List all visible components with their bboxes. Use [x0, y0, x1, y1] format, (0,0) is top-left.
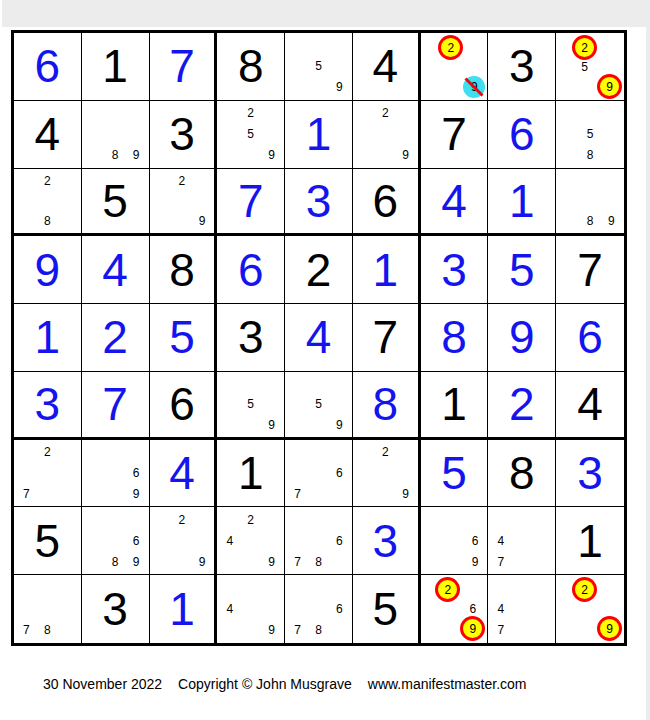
pencil-grid: 29: [152, 509, 213, 572]
cell-value: 5: [150, 304, 215, 371]
pencil-mark: 5: [315, 59, 322, 73]
cell-r7c9[interactable]: 3: [556, 440, 624, 508]
pencil-mark: 6: [336, 466, 343, 480]
pencil-grid: 29: [152, 171, 213, 232]
highlight-circle: 2: [572, 577, 597, 602]
cell-value: 4: [421, 169, 488, 234]
pencil-mark: 2: [247, 513, 254, 527]
pencil-mark: 8: [112, 148, 119, 162]
cell-r6c6[interactable]: 8: [353, 372, 421, 440]
pencil-mark: 4: [226, 534, 233, 548]
cell-value: 8: [353, 372, 418, 437]
cell-r2c9[interactable]: 58: [556, 101, 624, 169]
pencil-mark: 8: [44, 214, 51, 228]
cell-value: 7: [421, 101, 488, 168]
pencil-mark: 5: [315, 397, 322, 411]
cell-r9c8[interactable]: 47: [488, 575, 556, 643]
cell-value: 7: [353, 304, 418, 371]
pencil-mark: 5: [587, 127, 594, 141]
cell-value: 9: [14, 236, 81, 303]
pencil-mark: 9: [336, 418, 343, 432]
cell-r1c6[interactable]: 4: [353, 33, 421, 101]
pencil-mark: 2: [44, 445, 51, 459]
pencil-grid: 29: [355, 103, 416, 166]
pencil-mark: 9: [199, 555, 206, 569]
cell-value: 2: [285, 236, 352, 303]
cell-r2c4[interactable]: 259: [217, 101, 285, 169]
pencil-mark: 7: [294, 555, 301, 569]
cell-r8c1[interactable]: 5: [14, 507, 82, 575]
cell-value: 4: [150, 440, 215, 507]
cell-r3c2[interactable]: 5: [82, 169, 150, 237]
pencil-grid: 29: [423, 35, 486, 98]
pencil-mark: 9: [402, 148, 409, 162]
cell-r8c4[interactable]: 249: [217, 507, 285, 575]
pencil-mark: 7: [498, 623, 505, 637]
cell-r2c1[interactable]: 4: [14, 101, 82, 169]
pencil-grid: 678: [287, 577, 350, 641]
cell-r7c1[interactable]: 27: [14, 440, 82, 508]
cell-r1c7[interactable]: 29: [421, 33, 489, 101]
cell-r4c8[interactable]: 5: [488, 236, 556, 304]
pencil-mark: 6: [336, 534, 343, 548]
cell-r7c3[interactable]: 4: [150, 440, 218, 508]
cell-r4c5[interactable]: 2: [285, 236, 353, 304]
pencil-grid: 47: [490, 509, 553, 572]
pencil-mark: 7: [23, 487, 30, 501]
cell-value: 7: [217, 169, 284, 234]
pencil-grid: 49: [219, 577, 282, 641]
cell-r6c4[interactable]: 59: [217, 372, 285, 440]
pencil-grid: 249: [219, 509, 282, 572]
cell-r9c4[interactable]: 49: [217, 575, 285, 643]
pencil-mark: 9: [133, 555, 140, 569]
cell-r7c7[interactable]: 5: [421, 440, 489, 508]
pencil-mark: 6: [472, 534, 479, 548]
cell-value: 8: [150, 236, 215, 303]
cell-value: 8: [421, 304, 488, 371]
cell-r4c6[interactable]: 1: [353, 236, 421, 304]
pencil-mark: 9: [472, 555, 479, 569]
cell-r1c4[interactable]: 8: [217, 33, 285, 101]
pencil-grid: 89: [558, 171, 622, 232]
cell-value: 4: [14, 101, 81, 168]
pencil-mark: 5: [247, 127, 254, 141]
cell-value: 6: [14, 33, 81, 100]
cell-r4c2[interactable]: 4: [82, 236, 150, 304]
cell-r4c9[interactable]: 7: [556, 236, 624, 304]
cell-value: 6: [556, 304, 624, 371]
highlight-circle: 2: [435, 577, 460, 602]
cell-value: 5: [421, 440, 488, 507]
cell-r5c2[interactable]: 2: [82, 304, 150, 372]
cell-r2c6[interactable]: 29: [353, 101, 421, 169]
pencil-mark: 5: [247, 397, 254, 411]
page-top-margin: [2, 0, 650, 27]
cell-r8c7[interactable]: 69: [421, 507, 489, 575]
pencil-grid: 78: [16, 577, 79, 641]
cell-value: 5: [82, 169, 149, 234]
pencil-grid: 58: [558, 103, 622, 166]
cell-value: 1: [14, 304, 81, 371]
cell-value: 3: [353, 507, 418, 574]
cell-value: 5: [488, 236, 555, 303]
cell-value: 7: [150, 33, 215, 100]
pencil-mark: 8: [44, 623, 51, 637]
cell-r7c5[interactable]: 67: [285, 440, 353, 508]
cell-value: 6: [353, 169, 418, 234]
pencil-mark: 2: [382, 445, 389, 459]
cell-value: 1: [217, 440, 284, 507]
pencil-mark: 2: [445, 583, 452, 597]
cell-r2c2[interactable]: 89: [82, 101, 150, 169]
pencil-mark: 2: [581, 583, 588, 597]
cell-r5c8[interactable]: 9: [488, 304, 556, 372]
pencil-grid: 29: [558, 577, 622, 641]
cell-value: 3: [82, 575, 149, 643]
highlight-circle: 9: [597, 616, 622, 641]
pencil-mark: 2: [382, 106, 389, 120]
pencil-grid: 59: [287, 35, 350, 98]
cell-r9c7[interactable]: 269: [421, 575, 489, 643]
pencil-grid: 67: [287, 442, 350, 505]
pencil-grid: 69: [423, 509, 486, 572]
pencil-mark: 7: [294, 487, 301, 501]
cell-r7c4[interactable]: 1: [217, 440, 285, 508]
cell-r5c4[interactable]: 3: [217, 304, 285, 372]
cell-value: 3: [217, 304, 284, 371]
cell-r2c5[interactable]: 1: [285, 101, 353, 169]
cell-value: 3: [488, 33, 555, 100]
pencil-mark: 8: [112, 555, 119, 569]
cell-r4c3[interactable]: 8: [150, 236, 218, 304]
pencil-mark: 9: [470, 622, 477, 636]
pencil-grid: 69: [84, 442, 147, 505]
cell-r1c9[interactable]: 259: [556, 33, 624, 101]
pencil-mark: 2: [44, 174, 51, 188]
cell-r5c1[interactable]: 1: [14, 304, 82, 372]
cell-r3c5[interactable]: 3: [285, 169, 353, 237]
cell-r9c1[interactable]: 78: [14, 575, 82, 643]
pencil-mark: 9: [133, 148, 140, 162]
highlight-circle: 9: [597, 74, 622, 99]
pencil-mark: 7: [498, 555, 505, 569]
cell-r4c4[interactable]: 6: [217, 236, 285, 304]
pencil-mark: 9: [606, 622, 613, 636]
cell-r7c6[interactable]: 29: [353, 440, 421, 508]
pencil-grid: 259: [558, 35, 622, 98]
cell-r9c2[interactable]: 3: [82, 575, 150, 643]
elimination-circle: 9: [463, 76, 485, 98]
cell-r1c5[interactable]: 59: [285, 33, 353, 101]
pencil-mark: 9: [402, 487, 409, 501]
cell-value: 1: [82, 33, 149, 100]
pencil-grid: 259: [219, 103, 282, 166]
cell-r5c7[interactable]: 8: [421, 304, 489, 372]
cell-r6c1[interactable]: 3: [14, 372, 82, 440]
cell-r3c9[interactable]: 89: [556, 169, 624, 237]
cell-r6c7[interactable]: 1: [421, 372, 489, 440]
cell-value: 8: [488, 440, 555, 507]
footer-website: www.manifestmaster.com: [368, 676, 527, 692]
cell-value: 6: [150, 372, 215, 437]
cell-r6c9[interactable]: 4: [556, 372, 624, 440]
cell-r3c6[interactable]: 6: [353, 169, 421, 237]
cell-r8c3[interactable]: 29: [150, 507, 218, 575]
cell-r9c3[interactable]: 1: [150, 575, 218, 643]
pencil-grid: 28: [16, 171, 79, 232]
cell-r3c7[interactable]: 4: [421, 169, 489, 237]
pencil-mark: 4: [498, 534, 505, 548]
cell-r7c2[interactable]: 69: [82, 440, 150, 508]
pencil-mark: 4: [226, 602, 233, 616]
cell-value: 4: [82, 236, 149, 303]
pencil-grid: 89: [84, 103, 147, 166]
pencil-mark: 7: [23, 623, 30, 637]
cell-value: 1: [285, 101, 352, 168]
pencil-grid: 689: [84, 509, 147, 572]
pencil-mark: 2: [179, 174, 186, 188]
cell-value: 1: [421, 372, 488, 437]
pencil-mark: 7: [294, 623, 301, 637]
pencil-mark: 9: [268, 418, 275, 432]
cell-r9c6[interactable]: 5: [353, 575, 421, 643]
cell-value: 5: [14, 507, 81, 574]
pencil-mark: 8: [315, 555, 322, 569]
cell-r5c6[interactable]: 7: [353, 304, 421, 372]
cell-r1c1[interactable]: 6: [14, 33, 82, 101]
cell-r8c6[interactable]: 3: [353, 507, 421, 575]
cell-r4c7[interactable]: 3: [421, 236, 489, 304]
sudoku-page: 6178594293259489325912976582852973641899…: [0, 0, 650, 720]
pencil-mark: 6: [336, 602, 343, 616]
pencil-mark: 6: [133, 466, 140, 480]
pencil-mark: 8: [587, 148, 594, 162]
cell-value: 4: [353, 33, 418, 100]
cell-r6c3[interactable]: 6: [150, 372, 218, 440]
pencil-mark: 9: [268, 555, 275, 569]
footer-date: 30 November 2022: [43, 676, 162, 692]
cell-r9c9[interactable]: 29: [556, 575, 624, 643]
cell-r2c7[interactable]: 7: [421, 101, 489, 169]
cell-r3c3[interactable]: 29: [150, 169, 218, 237]
cell-r5c9[interactable]: 6: [556, 304, 624, 372]
footer: 30 November 2022 Copyright © John Musgra…: [43, 675, 527, 693]
pencil-mark: 5: [581, 60, 588, 74]
cell-value: 8: [217, 33, 284, 100]
pencil-grid: 678: [287, 509, 350, 572]
cell-r3c4[interactable]: 7: [217, 169, 285, 237]
cell-r5c3[interactable]: 5: [150, 304, 218, 372]
cell-value: 1: [488, 169, 555, 234]
pencil-mark: 8: [587, 214, 594, 228]
cell-value: 5: [353, 575, 418, 643]
cell-r3c8[interactable]: 1: [488, 169, 556, 237]
pencil-mark: 9: [199, 214, 206, 228]
pencil-mark: 8: [315, 623, 322, 637]
cell-value: 7: [82, 372, 149, 437]
cell-value: 1: [150, 575, 215, 643]
pencil-mark: 2: [581, 41, 588, 55]
cell-r2c8[interactable]: 6: [488, 101, 556, 169]
cell-value: 2: [488, 372, 555, 437]
cell-r7c8[interactable]: 8: [488, 440, 556, 508]
cell-value: 3: [421, 236, 488, 303]
cell-r6c8[interactable]: 2: [488, 372, 556, 440]
cell-r6c5[interactable]: 59: [285, 372, 353, 440]
pencil-mark: 9: [608, 214, 615, 228]
pencil-grid: 47: [490, 577, 553, 641]
cell-r1c2[interactable]: 1: [82, 33, 150, 101]
pencil-mark: 9: [268, 623, 275, 637]
pencil-mark: 6: [470, 602, 477, 616]
cell-r3c1[interactable]: 28: [14, 169, 82, 237]
sudoku-board: 6178594293259489325912976582852973641899…: [11, 30, 627, 646]
pencil-grid: 269: [423, 577, 486, 641]
pencil-mark: 4: [498, 602, 505, 616]
cell-value: 6: [488, 101, 555, 168]
pencil-mark: 9: [133, 487, 140, 501]
pencil-grid: 59: [219, 374, 282, 435]
cell-r8c5[interactable]: 678: [285, 507, 353, 575]
pencil-grid: 27: [16, 442, 79, 505]
cell-r1c3[interactable]: 7: [150, 33, 218, 101]
cell-value: 9: [488, 304, 555, 371]
cell-value: 1: [556, 507, 624, 574]
pencil-mark: 2: [247, 106, 254, 120]
cell-r6c2[interactable]: 7: [82, 372, 150, 440]
cell-r8c9[interactable]: 1: [556, 507, 624, 575]
cell-value: 3: [14, 372, 81, 437]
pencil-mark: 9: [606, 80, 613, 94]
cell-value: 3: [556, 440, 624, 507]
cell-value: 4: [285, 304, 352, 371]
pencil-grid: 29: [355, 442, 416, 505]
cell-r8c2[interactable]: 689: [82, 507, 150, 575]
cell-value: 7: [556, 236, 624, 303]
highlight-circle: 9: [460, 616, 485, 641]
footer-copyright: Copyright © John Musgrave: [178, 676, 352, 692]
cell-r4c1[interactable]: 9: [14, 236, 82, 304]
cell-value: 2: [82, 304, 149, 371]
cell-r9c5[interactable]: 678: [285, 575, 353, 643]
pencil-mark: 9: [268, 148, 275, 162]
cell-value: 3: [285, 169, 352, 234]
cell-r2c3[interactable]: 3: [150, 101, 218, 169]
cell-value: 4: [556, 372, 624, 437]
cell-value: 6: [217, 236, 284, 303]
highlight-circle: 2: [572, 35, 597, 60]
pencil-grid: 59: [287, 374, 350, 435]
cell-value: 3: [150, 101, 215, 168]
pencil-mark: 2: [448, 41, 455, 55]
cell-r5c5[interactable]: 4: [285, 304, 353, 372]
page-right-margin: [646, 0, 650, 720]
cell-r8c8[interactable]: 47: [488, 507, 556, 575]
pencil-mark: 9: [336, 80, 343, 94]
pencil-mark: 6: [133, 534, 140, 548]
pencil-mark: 2: [179, 513, 186, 527]
highlight-circle: 2: [438, 35, 463, 60]
cell-value: 1: [353, 236, 418, 303]
cell-r1c8[interactable]: 3: [488, 33, 556, 101]
